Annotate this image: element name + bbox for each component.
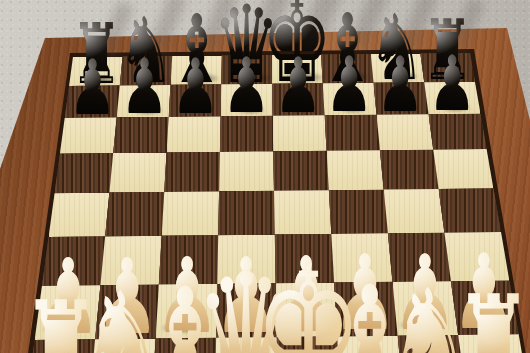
piece-black-pawn-h7[interactable]: ♟ xyxy=(399,46,506,122)
piece-white-rook-h1[interactable]: ♜ xyxy=(403,279,530,353)
board-pieces: ♜♞♝♛♚♝♞♜♟♟♟♟♟♟♟♟♟♟♟♟♟♟♟♟♜♞♝♛♚♝♞♜ xyxy=(0,0,530,353)
chessboard-photo: ♜♞♝♛♚♝♞♜♟♟♟♟♟♟♟♟♟♟♟♟♟♟♟♟♜♞♝♛♚♝♞♜ xyxy=(0,0,530,353)
